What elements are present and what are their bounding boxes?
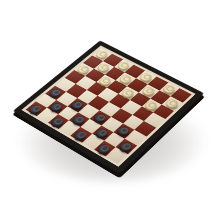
checker-ring: [98, 51, 107, 57]
checker-ring: [98, 129, 108, 136]
square-r7c1[interactable]: [37, 108, 58, 123]
square-r6c2[interactable]: [58, 106, 79, 121]
checker-ring: [77, 131, 87, 138]
checker-ring: [74, 101, 84, 108]
checker-ring: [165, 86, 175, 93]
checker-ring: [80, 66, 89, 72]
checker-ring: [100, 144, 110, 152]
checker-ring: [96, 114, 106, 121]
square-r7c4[interactable]: ●: [70, 127, 92, 142]
square-r7c2[interactable]: ●: [48, 114, 69, 129]
checker-ring: [100, 64, 109, 70]
dark-checker[interactable]: ●: [27, 102, 46, 115]
square-r4c7[interactable]: [135, 121, 156, 136]
square-r6c6[interactable]: [104, 132, 126, 148]
square-r3c7[interactable]: [144, 113, 165, 128]
checker-ring: [145, 88, 155, 95]
square-r5c3[interactable]: [79, 104, 100, 119]
square-r7c0[interactable]: ●: [26, 102, 47, 117]
dark-checker[interactable]: ●: [70, 112, 89, 125]
square-r5c4[interactable]: ●: [90, 110, 111, 125]
checker-ring: [122, 76, 131, 82]
dark-checker[interactable]: ●: [72, 127, 91, 141]
checker-ring: [122, 142, 132, 150]
checker-ring: [168, 100, 178, 107]
dark-checker[interactable]: ●: [49, 114, 68, 127]
square-r3c5[interactable]: [121, 100, 142, 115]
square-r7c5[interactable]: [82, 134, 104, 150]
checker-ring: [32, 105, 42, 112]
square-r3c6[interactable]: [132, 106, 153, 121]
checker-ring: [54, 118, 64, 125]
square-r6c5[interactable]: ●: [92, 125, 113, 140]
checker-ring: [120, 62, 129, 68]
dark-checker[interactable]: ●: [115, 123, 134, 137]
square-r7c7[interactable]: [106, 147, 128, 163]
square-r2c7[interactable]: [153, 104, 174, 119]
checker-ring: [53, 103, 63, 110]
checker-ring: [52, 89, 62, 96]
square-r4c6[interactable]: [123, 115, 144, 130]
dark-checker[interactable]: ●: [117, 138, 136, 152]
checker-ring: [124, 89, 134, 96]
dark-checker[interactable]: ●: [95, 141, 114, 155]
square-r7c6[interactable]: ●: [94, 141, 116, 157]
square-r6c4[interactable]: [80, 119, 101, 134]
square-r5c6[interactable]: ●: [113, 123, 134, 138]
checker-ring: [142, 74, 151, 80]
product-photo: ●●●●●●●●●●●●●●●●●●●●●●●●: [0, 0, 214, 214]
square-r5c7[interactable]: [125, 130, 147, 146]
square-r4c4[interactable]: [100, 102, 121, 117]
square-r7c3[interactable]: [59, 121, 80, 136]
dark-checker[interactable]: ●: [91, 110, 110, 123]
dark-checker[interactable]: ●: [93, 125, 112, 139]
checker-ring: [120, 127, 130, 134]
square-r6c3[interactable]: ●: [69, 112, 90, 127]
checker-ring: [75, 116, 85, 123]
checker-ring: [102, 77, 112, 84]
checker-ring: [148, 102, 158, 109]
square-r6c7[interactable]: ●: [116, 138, 138, 154]
square-r5c5[interactable]: [102, 117, 123, 132]
square-r4c5[interactable]: [111, 108, 132, 123]
